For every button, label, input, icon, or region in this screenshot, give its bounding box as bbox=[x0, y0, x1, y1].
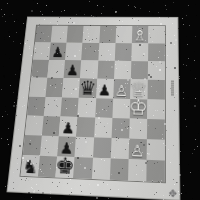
piece-white-king[interactable]: ♔ bbox=[129, 97, 149, 119]
square-d7[interactable] bbox=[81, 43, 98, 61]
square-h1[interactable] bbox=[146, 160, 165, 182]
piece-black-queen[interactable]: ♛ bbox=[79, 78, 97, 98]
square-h7[interactable] bbox=[148, 44, 165, 62]
square-a2[interactable] bbox=[23, 135, 42, 156]
square-d5[interactable]: ♛ bbox=[79, 79, 97, 98]
square-e7[interactable] bbox=[98, 43, 115, 61]
square-d1[interactable] bbox=[73, 157, 92, 179]
square-c3[interactable]: ♟ bbox=[59, 116, 78, 136]
square-b7[interactable]: ♟ bbox=[49, 43, 67, 61]
square-h2[interactable] bbox=[146, 139, 164, 161]
square-b3[interactable] bbox=[42, 116, 61, 136]
square-a8[interactable] bbox=[35, 26, 52, 43]
piece-black-pawn[interactable]: ♟ bbox=[51, 46, 64, 60]
photo-canvas: ♗♟♟♛♟♙♕♔♟♟♙♞♚ ✥ bbox=[0, 0, 200, 200]
piece-white-pawn[interactable]: ♙ bbox=[130, 143, 145, 159]
square-h5[interactable] bbox=[147, 80, 164, 99]
square-g1[interactable] bbox=[128, 159, 147, 181]
piece-black-knight[interactable]: ♞ bbox=[22, 158, 38, 176]
square-e5[interactable]: ♟ bbox=[96, 79, 114, 98]
square-a5[interactable] bbox=[29, 78, 47, 97]
square-e8[interactable] bbox=[99, 26, 116, 43]
square-h6[interactable] bbox=[148, 61, 165, 80]
square-e1[interactable] bbox=[91, 158, 110, 180]
maker-mark-icon: ✥ bbox=[169, 188, 177, 200]
square-f8[interactable] bbox=[115, 26, 132, 43]
piece-black-pawn[interactable]: ♟ bbox=[66, 64, 79, 79]
square-c7[interactable] bbox=[65, 43, 82, 61]
square-f6[interactable] bbox=[114, 61, 131, 80]
piece-black-king[interactable]: ♚ bbox=[55, 155, 75, 178]
square-c4[interactable] bbox=[61, 97, 79, 117]
square-f1[interactable] bbox=[109, 158, 128, 180]
square-h3[interactable] bbox=[147, 119, 165, 140]
square-d3[interactable] bbox=[76, 117, 94, 137]
square-a7[interactable] bbox=[33, 43, 51, 61]
chess-board: ♗♟♟♛♟♙♕♔♟♟♙♞♚ ✥ bbox=[6, 17, 180, 200]
square-g7[interactable] bbox=[131, 43, 148, 61]
square-e3[interactable] bbox=[94, 117, 112, 138]
square-f3[interactable] bbox=[111, 118, 129, 139]
square-d2[interactable] bbox=[75, 137, 94, 158]
square-f4[interactable] bbox=[112, 98, 130, 118]
square-e4[interactable] bbox=[95, 98, 113, 118]
square-b4[interactable] bbox=[44, 97, 62, 117]
square-d4[interactable] bbox=[78, 97, 96, 117]
piece-white-pawn[interactable]: ♙ bbox=[115, 83, 129, 98]
square-b6[interactable] bbox=[47, 60, 65, 78]
square-g8[interactable]: ♗ bbox=[132, 26, 149, 43]
square-g2[interactable]: ♙ bbox=[128, 138, 146, 160]
piece-black-pawn[interactable]: ♟ bbox=[98, 83, 112, 98]
square-g3[interactable] bbox=[129, 118, 147, 139]
square-a6[interactable] bbox=[31, 60, 49, 78]
square-a3[interactable] bbox=[25, 115, 44, 135]
square-b5[interactable] bbox=[46, 78, 64, 97]
square-h4[interactable] bbox=[147, 99, 165, 119]
square-f2[interactable] bbox=[110, 138, 129, 159]
square-a4[interactable] bbox=[27, 96, 45, 115]
square-c8[interactable] bbox=[67, 26, 84, 43]
square-h8[interactable] bbox=[148, 26, 165, 44]
piece-black-pawn[interactable]: ♟ bbox=[61, 121, 75, 137]
square-c5[interactable] bbox=[62, 78, 80, 97]
square-b8[interactable] bbox=[51, 26, 68, 43]
piece-white-bishop[interactable]: ♗ bbox=[132, 26, 148, 43]
border-print bbox=[171, 80, 174, 96]
square-g4[interactable]: ♔ bbox=[129, 99, 147, 119]
square-d8[interactable] bbox=[83, 26, 100, 43]
square-e6[interactable] bbox=[97, 61, 115, 80]
square-a1[interactable]: ♞ bbox=[21, 155, 40, 177]
square-c1[interactable]: ♚ bbox=[56, 156, 75, 178]
board-grid: ♗♟♟♛♟♙♕♔♟♟♙♞♚ bbox=[19, 25, 165, 184]
square-e2[interactable] bbox=[93, 137, 112, 158]
square-f7[interactable] bbox=[114, 43, 131, 61]
